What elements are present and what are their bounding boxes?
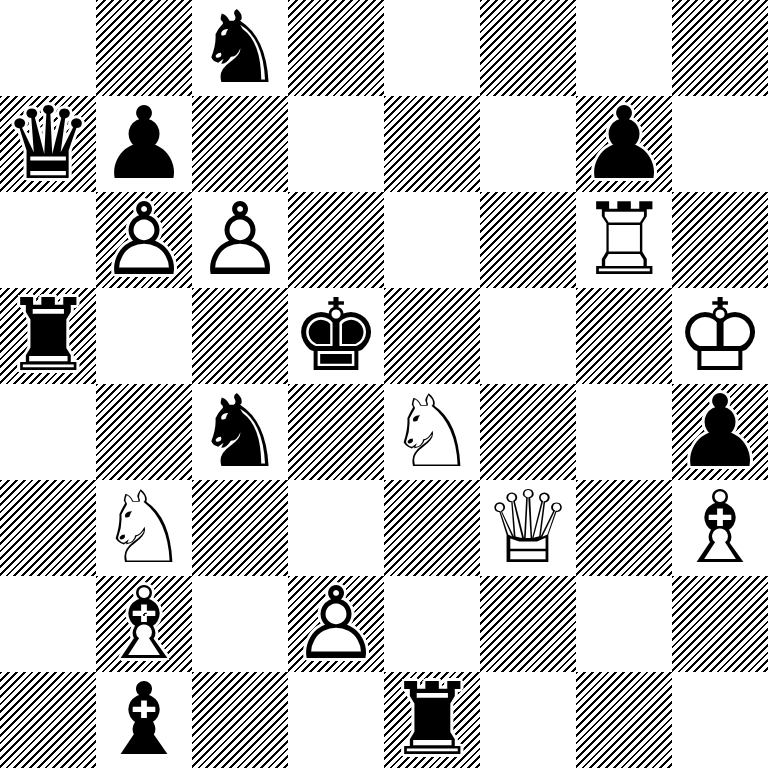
white-knight: ♘ — [384, 384, 480, 480]
black-queen-halo: ♛ — [0, 96, 96, 192]
square-g1[interactable] — [576, 672, 672, 768]
square-e3[interactable] — [384, 480, 480, 576]
square-c5[interactable] — [192, 288, 288, 384]
square-g4[interactable] — [576, 384, 672, 480]
black-rook-halo: ♜ — [384, 672, 480, 768]
square-f3[interactable]: ♛♕ — [480, 480, 576, 576]
square-b4[interactable] — [96, 384, 192, 480]
square-c4[interactable]: ♞♞ — [192, 384, 288, 480]
square-f8[interactable] — [480, 0, 576, 96]
black-pawn: ♟ — [96, 96, 192, 192]
black-king: ♚ — [288, 288, 384, 384]
black-bishop-halo: ♝ — [96, 672, 192, 768]
square-c6[interactable]: ♟♙ — [192, 192, 288, 288]
square-e4[interactable]: ♞♘ — [384, 384, 480, 480]
white-king-halo: ♚ — [672, 288, 768, 384]
black-king-halo: ♚ — [288, 288, 384, 384]
square-c8[interactable]: ♞♞ — [192, 0, 288, 96]
white-pawn: ♙ — [192, 192, 288, 288]
square-b5[interactable] — [96, 288, 192, 384]
black-pawn-halo: ♟ — [96, 96, 192, 192]
square-c3[interactable] — [192, 480, 288, 576]
white-queen: ♕ — [480, 480, 576, 576]
square-d5[interactable]: ♚♚ — [288, 288, 384, 384]
square-a5[interactable]: ♜♜ — [0, 288, 96, 384]
square-d1[interactable] — [288, 672, 384, 768]
square-e8[interactable] — [384, 0, 480, 96]
square-b2[interactable]: ♝♗ — [96, 576, 192, 672]
white-king: ♔ — [672, 288, 768, 384]
square-a4[interactable] — [0, 384, 96, 480]
white-pawn: ♙ — [96, 192, 192, 288]
square-e2[interactable] — [384, 576, 480, 672]
square-g8[interactable] — [576, 0, 672, 96]
square-g7[interactable]: ♟♟ — [576, 96, 672, 192]
white-bishop-halo: ♝ — [96, 576, 192, 672]
black-rook: ♜ — [384, 672, 480, 768]
square-f7[interactable] — [480, 96, 576, 192]
square-d3[interactable] — [288, 480, 384, 576]
white-pawn: ♙ — [288, 576, 384, 672]
square-h2[interactable] — [672, 576, 768, 672]
white-pawn-halo: ♟ — [192, 192, 288, 288]
square-a3[interactable] — [0, 480, 96, 576]
black-bishop: ♝ — [96, 672, 192, 768]
black-knight-halo: ♞ — [192, 384, 288, 480]
white-pawn-halo: ♟ — [96, 192, 192, 288]
square-b1[interactable]: ♝♝ — [96, 672, 192, 768]
square-h4[interactable]: ♟♟ — [672, 384, 768, 480]
square-a7[interactable]: ♛♛ — [0, 96, 96, 192]
square-e5[interactable] — [384, 288, 480, 384]
square-e1[interactable]: ♜♜ — [384, 672, 480, 768]
black-pawn-halo: ♟ — [576, 96, 672, 192]
square-f6[interactable] — [480, 192, 576, 288]
square-d2[interactable]: ♟♙ — [288, 576, 384, 672]
square-d6[interactable] — [288, 192, 384, 288]
black-rook-halo: ♜ — [0, 288, 96, 384]
square-g5[interactable] — [576, 288, 672, 384]
white-knight-halo: ♞ — [384, 384, 480, 480]
chess-board: ♞♞♛♛♟♟♟♟♟♙♟♙♜♖♜♜♚♚♚♔♞♞♞♘♟♟♞♘♛♕♝♗♝♗♟♙♝♝♜♜ — [0, 0, 768, 768]
white-bishop: ♗ — [672, 480, 768, 576]
square-h6[interactable] — [672, 192, 768, 288]
white-rook: ♖ — [576, 192, 672, 288]
square-f5[interactable] — [480, 288, 576, 384]
square-h5[interactable]: ♚♔ — [672, 288, 768, 384]
square-f1[interactable] — [480, 672, 576, 768]
white-knight: ♘ — [96, 480, 192, 576]
white-bishop-halo: ♝ — [672, 480, 768, 576]
square-h1[interactable] — [672, 672, 768, 768]
square-f4[interactable] — [480, 384, 576, 480]
square-a2[interactable] — [0, 576, 96, 672]
square-c7[interactable] — [192, 96, 288, 192]
square-h7[interactable] — [672, 96, 768, 192]
square-b7[interactable]: ♟♟ — [96, 96, 192, 192]
black-knight: ♞ — [192, 384, 288, 480]
black-knight: ♞ — [192, 0, 288, 96]
square-d4[interactable] — [288, 384, 384, 480]
white-queen-halo: ♛ — [480, 480, 576, 576]
square-f2[interactable] — [480, 576, 576, 672]
square-d7[interactable] — [288, 96, 384, 192]
square-g6[interactable]: ♜♖ — [576, 192, 672, 288]
black-pawn: ♟ — [576, 96, 672, 192]
black-rook: ♜ — [0, 288, 96, 384]
square-g3[interactable] — [576, 480, 672, 576]
square-a1[interactable] — [0, 672, 96, 768]
square-a8[interactable] — [0, 0, 96, 96]
black-pawn-halo: ♟ — [672, 384, 768, 480]
square-c2[interactable] — [192, 576, 288, 672]
white-pawn-halo: ♟ — [288, 576, 384, 672]
square-d8[interactable] — [288, 0, 384, 96]
square-c1[interactable] — [192, 672, 288, 768]
black-pawn: ♟ — [672, 384, 768, 480]
square-b8[interactable] — [96, 0, 192, 96]
square-g2[interactable] — [576, 576, 672, 672]
black-knight-halo: ♞ — [192, 0, 288, 96]
white-knight-halo: ♞ — [96, 480, 192, 576]
square-b3[interactable]: ♞♘ — [96, 480, 192, 576]
square-e7[interactable] — [384, 96, 480, 192]
white-bishop: ♗ — [96, 576, 192, 672]
square-h8[interactable] — [672, 0, 768, 96]
square-e6[interactable] — [384, 192, 480, 288]
white-rook-halo: ♜ — [576, 192, 672, 288]
square-b6[interactable]: ♟♙ — [96, 192, 192, 288]
square-a6[interactable] — [0, 192, 96, 288]
black-queen: ♛ — [0, 96, 96, 192]
square-h3[interactable]: ♝♗ — [672, 480, 768, 576]
